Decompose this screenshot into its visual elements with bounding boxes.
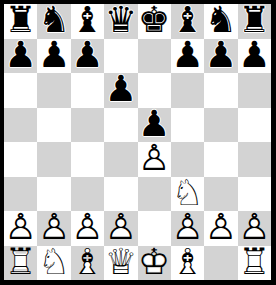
square-a8[interactable]: ♜ xyxy=(4,4,37,39)
piece-glyph: ♗ xyxy=(71,246,103,280)
square-g1[interactable] xyxy=(204,246,237,281)
square-g6[interactable] xyxy=(204,73,237,108)
square-c4[interactable] xyxy=(71,142,104,177)
square-d1[interactable]: ♛♕ xyxy=(104,246,137,281)
white-bishop: ♝♗ xyxy=(171,246,203,280)
black-pawn: ♟ xyxy=(105,73,137,107)
black-bishop: ♝ xyxy=(171,4,203,38)
white-queen: ♛♕ xyxy=(105,246,137,280)
white-pawn: ♟♙ xyxy=(238,211,270,245)
white-rook: ♜♖ xyxy=(5,246,37,280)
square-h1[interactable]: ♜♖ xyxy=(238,246,271,281)
square-g5[interactable] xyxy=(204,108,237,143)
square-e6[interactable] xyxy=(138,73,171,108)
square-a4[interactable] xyxy=(4,142,37,177)
square-e4[interactable]: ♟♙ xyxy=(138,142,171,177)
piece-glyph: ♙ xyxy=(238,211,270,245)
piece-glyph: ♙ xyxy=(105,211,137,245)
square-f5[interactable] xyxy=(171,108,204,143)
square-d5[interactable] xyxy=(104,108,137,143)
white-pawn: ♟♙ xyxy=(38,211,70,245)
square-b7[interactable]: ♟ xyxy=(37,39,70,74)
square-g7[interactable]: ♟ xyxy=(204,39,237,74)
piece-glyph: ♙ xyxy=(38,211,70,245)
square-h6[interactable] xyxy=(238,73,271,108)
black-bishop: ♝ xyxy=(71,4,103,38)
square-c1[interactable]: ♝♗ xyxy=(71,246,104,281)
square-f1[interactable]: ♝♗ xyxy=(171,246,204,281)
piece-glyph: ♙ xyxy=(171,211,203,245)
square-g3[interactable] xyxy=(204,177,237,212)
square-e5[interactable]: ♟ xyxy=(138,108,171,143)
black-knight: ♞ xyxy=(38,4,70,38)
square-g2[interactable]: ♟♙ xyxy=(204,211,237,246)
square-f3[interactable]: ♞♘ xyxy=(171,177,204,212)
square-a2[interactable]: ♟♙ xyxy=(4,211,37,246)
black-pawn: ♟ xyxy=(205,39,237,73)
piece-glyph: ♖ xyxy=(5,246,37,280)
square-d2[interactable]: ♟♙ xyxy=(104,211,137,246)
square-d7[interactable] xyxy=(104,39,137,74)
square-f7[interactable]: ♟ xyxy=(171,39,204,74)
square-h7[interactable]: ♟ xyxy=(238,39,271,74)
white-pawn: ♟♙ xyxy=(5,211,37,245)
square-b8[interactable]: ♞ xyxy=(37,4,70,39)
black-pawn: ♟ xyxy=(238,39,270,73)
chess-board-frame: ♜♞♝♛♚♝♞♜♟♟♟♟♟♟♟♟♟♙♞♘♟♙♟♙♟♙♟♙♟♙♟♙♟♙♜♖♞♘♝♗… xyxy=(0,0,276,285)
white-pawn: ♟♙ xyxy=(105,211,137,245)
square-h2[interactable]: ♟♙ xyxy=(238,211,271,246)
white-pawn: ♟♙ xyxy=(205,211,237,245)
square-e2[interactable] xyxy=(138,211,171,246)
square-b4[interactable] xyxy=(37,142,70,177)
chess-board: ♜♞♝♛♚♝♞♜♟♟♟♟♟♟♟♟♟♙♞♘♟♙♟♙♟♙♟♙♟♙♟♙♟♙♜♖♞♘♝♗… xyxy=(4,4,271,280)
square-e7[interactable] xyxy=(138,39,171,74)
piece-glyph: ♘ xyxy=(171,177,203,211)
black-king: ♚ xyxy=(138,4,170,38)
black-rook: ♜ xyxy=(5,4,37,38)
square-f2[interactable]: ♟♙ xyxy=(171,211,204,246)
square-h8[interactable]: ♜ xyxy=(238,4,271,39)
piece-glyph: ♙ xyxy=(138,142,170,176)
piece-glyph: ♘ xyxy=(38,246,70,280)
square-b1[interactable]: ♞♘ xyxy=(37,246,70,281)
piece-glyph: ♙ xyxy=(205,211,237,245)
piece-glyph: ♔ xyxy=(138,246,170,280)
square-b3[interactable] xyxy=(37,177,70,212)
square-d4[interactable] xyxy=(104,142,137,177)
square-a7[interactable]: ♟ xyxy=(4,39,37,74)
square-e1[interactable]: ♚♔ xyxy=(138,246,171,281)
white-rook: ♜♖ xyxy=(238,246,270,280)
square-a6[interactable] xyxy=(4,73,37,108)
piece-glyph: ♕ xyxy=(105,246,137,280)
square-f4[interactable] xyxy=(171,142,204,177)
square-c8[interactable]: ♝ xyxy=(71,4,104,39)
square-g8[interactable]: ♞ xyxy=(204,4,237,39)
square-c6[interactable] xyxy=(71,73,104,108)
white-king: ♚♔ xyxy=(138,246,170,280)
white-pawn: ♟♙ xyxy=(71,211,103,245)
black-queen: ♛ xyxy=(105,4,137,38)
piece-glyph: ♗ xyxy=(171,246,203,280)
square-f6[interactable] xyxy=(171,73,204,108)
black-pawn: ♟ xyxy=(71,39,103,73)
square-b6[interactable] xyxy=(37,73,70,108)
black-pawn: ♟ xyxy=(38,39,70,73)
white-pawn: ♟♙ xyxy=(138,142,170,176)
square-d6[interactable]: ♟ xyxy=(104,73,137,108)
square-c2[interactable]: ♟♙ xyxy=(71,211,104,246)
square-c3[interactable] xyxy=(71,177,104,212)
square-a5[interactable] xyxy=(4,108,37,143)
piece-glyph: ♙ xyxy=(71,211,103,245)
square-h5[interactable] xyxy=(238,108,271,143)
white-knight: ♞♘ xyxy=(171,177,203,211)
square-g4[interactable] xyxy=(204,142,237,177)
square-b5[interactable] xyxy=(37,108,70,143)
black-pawn: ♟ xyxy=(171,39,203,73)
square-e8[interactable]: ♚ xyxy=(138,4,171,39)
square-d8[interactable]: ♛ xyxy=(104,4,137,39)
square-b2[interactable]: ♟♙ xyxy=(37,211,70,246)
square-c5[interactable] xyxy=(71,108,104,143)
square-h4[interactable] xyxy=(238,142,271,177)
black-rook: ♜ xyxy=(238,4,270,38)
square-a1[interactable]: ♜♖ xyxy=(4,246,37,281)
square-c7[interactable]: ♟ xyxy=(71,39,104,74)
white-bishop: ♝♗ xyxy=(71,246,103,280)
square-d3[interactable] xyxy=(104,177,137,212)
square-e3[interactable] xyxy=(138,177,171,212)
black-pawn: ♟ xyxy=(138,108,170,142)
square-f8[interactable]: ♝ xyxy=(171,4,204,39)
square-a3[interactable] xyxy=(4,177,37,212)
white-knight: ♞♘ xyxy=(38,246,70,280)
white-pawn: ♟♙ xyxy=(171,211,203,245)
piece-glyph: ♖ xyxy=(238,246,270,280)
black-pawn: ♟ xyxy=(5,39,37,73)
black-knight: ♞ xyxy=(205,4,237,38)
piece-glyph: ♙ xyxy=(5,211,37,245)
square-h3[interactable] xyxy=(238,177,271,212)
